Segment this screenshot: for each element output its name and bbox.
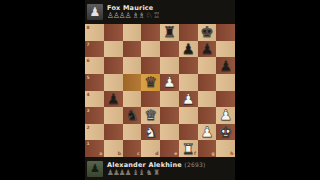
square-c8[interactable] — [123, 24, 142, 41]
black-knight-c3[interactable]: ♞ — [125, 107, 138, 123]
white-pawn-e5[interactable]: ♟ — [163, 74, 176, 90]
square-e1[interactable]: e — [160, 140, 179, 157]
square-a8[interactable]: 8 — [85, 24, 104, 41]
top-captured-pieces: ♙♙♙♙ ♗♗ ♘ ♖ — [107, 12, 159, 20]
black-pawn-g7[interactable]: ♟ — [200, 41, 213, 57]
top-player-bar: ♟ Fox Maurice ♙♙♙♙ ♗♗ ♘ ♖ — [85, 0, 235, 24]
square-b8[interactable] — [104, 24, 123, 41]
square-b4[interactable]: ♟ — [104, 91, 123, 108]
white-pawn-f4[interactable]: ♟ — [182, 91, 195, 107]
top-player-avatar[interactable]: ♟ — [87, 4, 103, 20]
square-g3[interactable] — [198, 107, 217, 124]
file-label-b: b — [118, 151, 121, 156]
square-b7[interactable] — [104, 41, 123, 58]
square-a5[interactable]: 5 — [85, 74, 104, 91]
square-e7[interactable] — [160, 41, 179, 58]
chess-app-view: ♟ Fox Maurice ♙♙♙♙ ♗♗ ♘ ♖ 8♜♚7♟♟6♟5♛♟4♟♟… — [85, 0, 235, 180]
bottom-player-rating: (2693) — [184, 161, 205, 168]
square-g2[interactable]: ♟ — [198, 124, 217, 141]
square-c4[interactable] — [123, 91, 142, 108]
bottom-player-info: Alexander Alekhine (2693) ♟♟♟♟ ♝♝ ♞ ♜ — [107, 161, 206, 177]
square-f6[interactable] — [179, 57, 198, 74]
rank-label-6: 6 — [87, 58, 90, 63]
square-b6[interactable] — [104, 57, 123, 74]
square-e8[interactable]: ♜ — [160, 24, 179, 41]
square-g6[interactable] — [198, 57, 217, 74]
white-king-h2[interactable]: ♚ — [219, 124, 232, 140]
file-label-h: h — [230, 151, 233, 156]
square-e4[interactable] — [160, 91, 179, 108]
square-a2[interactable]: 2 — [85, 124, 104, 141]
square-e3[interactable] — [160, 107, 179, 124]
square-g5[interactable] — [198, 74, 217, 91]
black-pawn-b4[interactable]: ♟ — [107, 91, 120, 107]
square-c7[interactable] — [123, 41, 142, 58]
square-d2[interactable]: ♞ — [141, 124, 160, 141]
square-a7[interactable]: 7 — [85, 41, 104, 58]
square-c6[interactable] — [123, 57, 142, 74]
white-queen-d3[interactable]: ♛ — [144, 107, 157, 123]
white-pawn-avatar-icon: ♟ — [90, 6, 101, 18]
square-a6[interactable]: 6 — [85, 57, 104, 74]
square-d3[interactable]: ♛ — [141, 107, 160, 124]
square-d4[interactable] — [141, 91, 160, 108]
rank-label-2: 2 — [87, 125, 90, 130]
square-f8[interactable] — [179, 24, 198, 41]
square-c2[interactable] — [123, 124, 142, 141]
black-pawn-f7[interactable]: ♟ — [182, 41, 195, 57]
white-rook-f1[interactable]: ♜ — [182, 141, 195, 157]
square-h1[interactable]: h — [216, 140, 235, 157]
square-c5[interactable] — [123, 74, 142, 91]
square-f2[interactable] — [179, 124, 198, 141]
bottom-player-bar: ♟ Alexander Alekhine (2693) ♟♟♟♟ ♝♝ ♞ ♜ — [85, 157, 235, 180]
square-e6[interactable] — [160, 57, 179, 74]
black-pawn-h6[interactable]: ♟ — [219, 58, 232, 74]
square-f7[interactable]: ♟ — [179, 41, 198, 58]
square-c3[interactable]: ♞ — [123, 107, 142, 124]
square-h3[interactable]: ♟ — [216, 107, 235, 124]
bottom-captured-pieces: ♟♟♟♟ ♝♝ ♞ ♜ — [107, 169, 206, 177]
bottom-player-avatar[interactable]: ♟ — [87, 161, 103, 177]
rank-label-7: 7 — [87, 42, 90, 47]
square-b3[interactable] — [104, 107, 123, 124]
square-f1[interactable]: f♜ — [179, 140, 198, 157]
rank-label-1: 1 — [87, 141, 90, 146]
file-label-g: g — [212, 151, 215, 156]
square-h5[interactable] — [216, 74, 235, 91]
square-d1[interactable]: d — [141, 140, 160, 157]
square-g4[interactable] — [198, 91, 217, 108]
square-f3[interactable] — [179, 107, 198, 124]
square-h4[interactable] — [216, 91, 235, 108]
black-queen-d5[interactable]: ♛ — [144, 74, 157, 90]
square-c1[interactable]: c — [123, 140, 142, 157]
square-d5[interactable]: ♛ — [141, 74, 160, 91]
square-h2[interactable]: ♚ — [216, 124, 235, 141]
white-knight-d2[interactable]: ♞ — [144, 124, 157, 140]
file-label-c: c — [137, 151, 140, 156]
square-e5[interactable]: ♟ — [160, 74, 179, 91]
square-e2[interactable] — [160, 124, 179, 141]
rank-label-8: 8 — [87, 25, 90, 30]
square-g7[interactable]: ♟ — [198, 41, 217, 58]
rank-label-5: 5 — [87, 75, 90, 80]
white-pawn-g2[interactable]: ♟ — [200, 124, 213, 140]
file-label-f: f — [194, 151, 196, 156]
portrait-avatar-icon: ♟ — [90, 163, 100, 174]
square-h7[interactable] — [216, 41, 235, 58]
top-player-info: Fox Maurice ♙♙♙♙ ♗♗ ♘ ♖ — [107, 4, 159, 20]
square-g8[interactable]: ♚ — [198, 24, 217, 41]
video-frame: ♟ Fox Maurice ♙♙♙♙ ♗♗ ♘ ♖ 8♜♚7♟♟6♟5♛♟4♟♟… — [0, 0, 320, 180]
square-h8[interactable] — [216, 24, 235, 41]
square-d6[interactable] — [141, 57, 160, 74]
square-b1[interactable]: b — [104, 140, 123, 157]
square-a4[interactable]: 4 — [85, 91, 104, 108]
square-d7[interactable] — [141, 41, 160, 58]
black-king-g8[interactable]: ♚ — [200, 24, 213, 40]
white-pawn-h3[interactable]: ♟ — [219, 107, 232, 123]
square-f5[interactable] — [179, 74, 198, 91]
file-label-a: a — [99, 151, 102, 156]
rank-label-3: 3 — [87, 108, 90, 113]
black-rook-e8[interactable]: ♜ — [163, 24, 176, 40]
file-label-d: d — [155, 151, 158, 156]
square-d8[interactable] — [141, 24, 160, 41]
square-g1[interactable]: g — [198, 140, 217, 157]
rank-label-4: 4 — [87, 92, 90, 97]
square-a3[interactable]: 3 — [85, 107, 104, 124]
file-label-e: e — [174, 151, 177, 156]
square-h6[interactable]: ♟ — [216, 57, 235, 74]
square-f4[interactable]: ♟ — [179, 91, 198, 108]
square-b5[interactable] — [104, 74, 123, 91]
square-a1[interactable]: 1a — [85, 140, 104, 157]
square-b2[interactable] — [104, 124, 123, 141]
board: 8♜♚7♟♟6♟5♛♟4♟♟3♞♛♟2♞♟♚1abcdef♜gh — [85, 24, 235, 157]
